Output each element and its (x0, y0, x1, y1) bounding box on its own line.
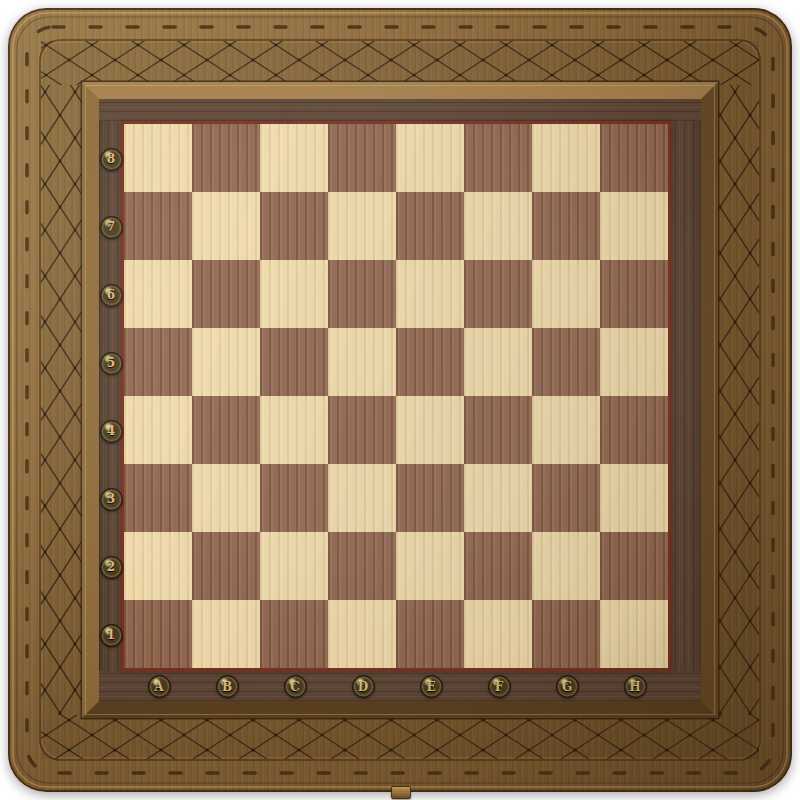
square-e2[interactable] (396, 532, 464, 600)
square-f8[interactable] (464, 124, 532, 192)
rank-label-4: 4 (100, 420, 123, 443)
file-label-d: D (352, 675, 375, 698)
square-e7[interactable] (396, 192, 464, 260)
square-a6[interactable] (124, 260, 192, 328)
square-f2[interactable] (464, 532, 532, 600)
square-b7[interactable] (192, 192, 260, 260)
rank-label-6: 6 (100, 284, 123, 307)
square-d7[interactable] (328, 192, 396, 260)
square-g8[interactable] (532, 124, 600, 192)
square-e5[interactable] (396, 328, 464, 396)
file-label-f: F (488, 675, 511, 698)
file-label-a: A (148, 675, 171, 698)
square-h4[interactable] (600, 396, 668, 464)
rank-label-3: 3 (100, 488, 123, 511)
square-e6[interactable] (396, 260, 464, 328)
square-c4[interactable] (260, 396, 328, 464)
square-h7[interactable] (600, 192, 668, 260)
square-b6[interactable] (192, 260, 260, 328)
brass-clasp[interactable] (391, 786, 411, 799)
square-c1[interactable] (260, 600, 328, 668)
square-h8[interactable] (600, 124, 668, 192)
square-b4[interactable] (192, 396, 260, 464)
square-c3[interactable] (260, 464, 328, 532)
square-c8[interactable] (260, 124, 328, 192)
square-f7[interactable] (464, 192, 532, 260)
square-g4[interactable] (532, 396, 600, 464)
rank-label-8: 8 (100, 148, 123, 171)
square-g2[interactable] (532, 532, 600, 600)
square-a3[interactable] (124, 464, 192, 532)
square-f5[interactable] (464, 328, 532, 396)
square-a7[interactable] (124, 192, 192, 260)
square-d8[interactable] (328, 124, 396, 192)
square-h5[interactable] (600, 328, 668, 396)
square-b3[interactable] (192, 464, 260, 532)
square-d2[interactable] (328, 532, 396, 600)
square-e4[interactable] (396, 396, 464, 464)
square-c6[interactable] (260, 260, 328, 328)
square-e1[interactable] (396, 600, 464, 668)
rank-label-2: 2 (100, 556, 123, 579)
square-a2[interactable] (124, 532, 192, 600)
square-c5[interactable] (260, 328, 328, 396)
square-a1[interactable] (124, 600, 192, 668)
square-h3[interactable] (600, 464, 668, 532)
square-h2[interactable] (600, 532, 668, 600)
file-label-h: H (624, 675, 647, 698)
rank-label-5: 5 (100, 352, 123, 375)
square-a4[interactable] (124, 396, 192, 464)
file-label-g: G (556, 675, 579, 698)
square-g1[interactable] (532, 600, 600, 668)
square-d1[interactable] (328, 600, 396, 668)
file-label-b: B (216, 675, 239, 698)
chessboard-photo: 87654321 ABCDEFGH (0, 0, 800, 800)
walnut-margin-bottom (99, 671, 701, 701)
square-f3[interactable] (464, 464, 532, 532)
square-f6[interactable] (464, 260, 532, 328)
square-g3[interactable] (532, 464, 600, 532)
square-d5[interactable] (328, 328, 396, 396)
square-b1[interactable] (192, 600, 260, 668)
square-d3[interactable] (328, 464, 396, 532)
file-label-e: E (420, 675, 443, 698)
square-b8[interactable] (192, 124, 260, 192)
square-h1[interactable] (600, 600, 668, 668)
square-c2[interactable] (260, 532, 328, 600)
square-e8[interactable] (396, 124, 464, 192)
square-g7[interactable] (532, 192, 600, 260)
square-a5[interactable] (124, 328, 192, 396)
file-label-c: C (284, 675, 307, 698)
rank-label-1: 1 (100, 624, 123, 647)
square-f1[interactable] (464, 600, 532, 668)
rank-label-7: 7 (100, 216, 123, 239)
square-c7[interactable] (260, 192, 328, 260)
walnut-margin-top (99, 99, 701, 121)
board-grid (121, 121, 671, 671)
square-a8[interactable] (124, 124, 192, 192)
square-e3[interactable] (396, 464, 464, 532)
square-d4[interactable] (328, 396, 396, 464)
square-f4[interactable] (464, 396, 532, 464)
square-h6[interactable] (600, 260, 668, 328)
square-g6[interactable] (532, 260, 600, 328)
square-g5[interactable] (532, 328, 600, 396)
square-b2[interactable] (192, 532, 260, 600)
square-b5[interactable] (192, 328, 260, 396)
square-d6[interactable] (328, 260, 396, 328)
